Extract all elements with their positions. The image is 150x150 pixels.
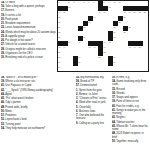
clue-number: 44. — [112, 121, 116, 124]
cell-number: 31 — [113, 26, 115, 28]
grid-cell[interactable] — [138, 16, 143, 21]
grid-cell[interactable] — [113, 46, 118, 51]
clue-number: 3. — [76, 97, 79, 100]
grid-cell[interactable] — [103, 16, 108, 21]
clue-item: 52. Leprechaun's land — [1, 118, 72, 121]
cell-number: 41 — [103, 41, 105, 43]
grid-cell[interactable] — [133, 61, 138, 66]
grid-cell[interactable]: 24 — [93, 16, 98, 21]
black-cell — [98, 46, 103, 51]
grid-cell[interactable] — [93, 66, 98, 71]
clue-number: 54. — [1, 127, 5, 130]
grid-cell[interactable] — [138, 51, 143, 56]
clue-item: 44. Aged — [1, 93, 72, 96]
grid-cell[interactable] — [118, 26, 123, 31]
grid-cell[interactable] — [63, 31, 68, 36]
cell-number: 4 — [78, 1, 79, 3]
grid-cell[interactable] — [118, 46, 123, 51]
grid-cell[interactable]: 30 — [83, 26, 88, 31]
grid-cell[interactable]: 15 — [63, 11, 68, 16]
clue-number: 30. — [1, 56, 5, 59]
grid-cell[interactable] — [78, 66, 83, 71]
grid-cell[interactable]: 44 — [63, 46, 68, 51]
grid-cell[interactable] — [73, 36, 78, 41]
grid-cell[interactable] — [83, 11, 88, 16]
grid-cell[interactable] — [78, 11, 83, 16]
grid-cell[interactable] — [68, 51, 73, 56]
grid-cell[interactable] — [63, 56, 68, 61]
grid-cell[interactable] — [93, 21, 98, 26]
cell-number: 56 — [113, 56, 115, 58]
clue-number: 1. — [76, 89, 79, 92]
grid-cell[interactable] — [93, 31, 98, 36]
grid-cell[interactable] — [138, 56, 143, 61]
grid-cell[interactable] — [108, 66, 113, 71]
grid-cell[interactable] — [93, 56, 98, 61]
cell-number: 49 — [134, 46, 136, 48]
grid-cell[interactable] — [103, 56, 108, 61]
clue-item: 54. They help motivate an earthworm? — [1, 127, 72, 130]
clue-number: 43. — [112, 116, 116, 119]
grid-cell[interactable] — [118, 66, 123, 71]
grid-cell[interactable] — [123, 66, 128, 71]
grid-cell[interactable] — [63, 21, 68, 26]
grid-cell[interactable] — [138, 1, 143, 6]
clue-item: 45. Whose Mr. T-shirts bear his name — [112, 125, 149, 131]
clue-item: 30. Revolving end of a police cruiser — [1, 56, 56, 59]
grid-cell[interactable]: 4 — [78, 1, 83, 6]
grid-cell[interactable] — [73, 51, 78, 56]
grid-cell[interactable] — [88, 66, 93, 71]
clue-item: 38. "Move it!", on a motorcycle? — [1, 76, 72, 79]
grid-cell[interactable] — [98, 36, 103, 41]
grid-cell[interactable] — [63, 26, 68, 31]
grid-cell[interactable] — [63, 61, 68, 66]
grid-cell[interactable]: 42 — [108, 41, 113, 46]
grid-cell[interactable]: 48 — [128, 46, 133, 51]
clue-number: 6. — [76, 110, 79, 113]
grid-cell[interactable] — [73, 6, 78, 11]
grid-cell[interactable] — [103, 61, 108, 66]
grid-cell[interactable] — [78, 46, 83, 51]
clue-item: 23. Loses forward momentum — [1, 26, 56, 29]
clue-item: 43. Neglect — [112, 116, 149, 119]
grid-cell[interactable] — [123, 46, 128, 51]
clue-item: 48. Prized violin, briefly — [1, 106, 72, 109]
grid-cell[interactable]: 28 — [118, 21, 123, 26]
cell-number: 32 — [129, 26, 131, 28]
clue-number: 51. — [1, 114, 5, 117]
clue-item: 16. Take a king with a queen, perhaps — [1, 5, 56, 8]
clue-item: 50. Together, musically — [112, 140, 149, 143]
grid-cell[interactable] — [113, 66, 118, 71]
clue-number: 45. — [1, 97, 5, 100]
grid-cell[interactable] — [73, 16, 78, 21]
grid-cell[interactable] — [98, 66, 103, 71]
grid-cell[interactable] — [133, 51, 138, 56]
grid-cell[interactable] — [98, 16, 103, 21]
clue-item: 45. "Fix" what wasn't broken — [1, 97, 72, 100]
grid-cell[interactable] — [143, 31, 148, 36]
grid-cell[interactable] — [63, 16, 68, 21]
clue-number: 55. — [76, 76, 80, 79]
grid-cell[interactable] — [143, 26, 148, 31]
clue-item: 26. Put dough in hot water? — [1, 39, 56, 42]
grid-cell[interactable]: 1 — [58, 1, 63, 6]
grid-cell[interactable] — [83, 6, 88, 11]
clue-item: 28. Octopus might be called a new one — [1, 48, 56, 51]
clue-item: 7. One who believed the forecast — [76, 114, 110, 120]
black-cell — [108, 31, 113, 36]
grid-cell[interactable]: 32 — [128, 26, 133, 31]
grid-cell[interactable] — [143, 66, 148, 71]
clue-number: 39. — [112, 100, 116, 103]
grid-cell[interactable] — [68, 46, 73, 51]
grid-cell[interactable] — [73, 11, 78, 16]
clue-item: 50. Mimic — [1, 110, 72, 113]
grid-cell[interactable] — [83, 41, 88, 46]
clue-number: 53. — [1, 123, 5, 126]
clue-item: 42. "___ Spock" (1995 Nimoy autobiograph… — [1, 89, 72, 92]
grid-cell[interactable] — [98, 26, 103, 31]
grid-cell[interactable] — [93, 26, 98, 31]
grid-cell[interactable] — [143, 1, 148, 6]
grid-cell[interactable] — [98, 21, 103, 26]
grid-cell[interactable] — [128, 51, 133, 56]
grid-cell[interactable] — [83, 56, 88, 61]
grid-cell[interactable] — [68, 21, 73, 26]
clue-item: 44. Tibetan teacher — [112, 121, 149, 124]
grid-cell[interactable]: 45 — [88, 46, 93, 51]
clue-item: 14. Or more — [1, 1, 56, 4]
grid-cell[interactable]: 49 — [133, 46, 138, 51]
grid-cell[interactable]: 7 — [93, 1, 98, 6]
grid-cell[interactable] — [138, 66, 143, 71]
clue-number: 9. — [76, 122, 79, 125]
grid-cell[interactable] — [118, 56, 123, 61]
cell-number: 43 — [58, 46, 60, 48]
grid-cell[interactable] — [133, 1, 138, 6]
clue-item: 19. It carries a lot — [1, 14, 56, 17]
grid-cell[interactable] — [93, 6, 98, 11]
grid-cell[interactable] — [118, 41, 123, 46]
grid-cell[interactable] — [123, 36, 128, 41]
clue-number: 38. — [1, 76, 5, 79]
grid-cell[interactable] — [143, 41, 148, 46]
grid-cell[interactable] — [138, 21, 143, 26]
grid-cell[interactable]: 17 — [103, 11, 108, 16]
grid-cell[interactable]: 27 — [88, 21, 93, 26]
cell-number: 45 — [88, 46, 90, 48]
grid-cell[interactable] — [133, 21, 138, 26]
grid-cell[interactable]: 59 — [113, 61, 118, 66]
clue-item: 6. Business lows — [76, 110, 110, 113]
grid-cell[interactable] — [108, 51, 113, 56]
cell-number: 16 — [98, 11, 100, 13]
grid-cell[interactable] — [103, 21, 108, 26]
black-cell — [108, 61, 113, 66]
grid-cell[interactable] — [118, 61, 123, 66]
grid-cell[interactable] — [143, 36, 148, 41]
cell-number: 44 — [63, 46, 65, 48]
grid-cell[interactable]: 11 — [118, 1, 123, 6]
grid-cell[interactable] — [133, 66, 138, 71]
cell-number: 42 — [108, 41, 110, 43]
clue-number: 24. — [1, 31, 5, 34]
grid-cell[interactable]: 37 — [83, 36, 88, 41]
grid-cell[interactable] — [88, 56, 93, 61]
grid-cell[interactable] — [133, 26, 138, 31]
clue-item: 35. Record — [112, 88, 149, 91]
clue-item: 3. "Chariots of Fire" extras — [76, 97, 110, 100]
grid-cell[interactable] — [68, 61, 73, 66]
clue-number: 26. — [1, 39, 5, 42]
grid-cell[interactable]: 50 — [138, 46, 143, 51]
cell-number: 21 — [139, 11, 141, 13]
grid-cell[interactable] — [143, 61, 148, 66]
grid-cell[interactable] — [128, 1, 133, 6]
grid-cell[interactable] — [98, 61, 103, 66]
cell-number: 48 — [129, 46, 131, 48]
grid-cell[interactable]: 12 — [68, 6, 73, 11]
grid-cell[interactable] — [63, 36, 68, 41]
clue-column-bottom-middle: 55. Big international org.56. Brand of T… — [76, 76, 110, 149]
grid-cell[interactable] — [133, 36, 138, 41]
clue-number: 14. — [1, 1, 5, 4]
clue-item: 2. Romeo, to Juliet — [76, 93, 110, 96]
clue-item: 17. Earnest — [1, 9, 56, 12]
clue-number: 52. — [1, 118, 5, 121]
grid-cell[interactable] — [68, 26, 73, 31]
clue-number: 19. — [1, 14, 5, 17]
grid-cell[interactable] — [113, 11, 118, 16]
grid-cell[interactable] — [73, 41, 78, 46]
grid-cell[interactable]: 35 — [123, 31, 128, 36]
cell-number: 35 — [124, 31, 126, 33]
grid-cell[interactable] — [108, 11, 113, 16]
grid-cell[interactable] — [128, 31, 133, 36]
clue-number: 57. — [76, 84, 80, 87]
grid-cell[interactable] — [63, 66, 68, 71]
grid-cell[interactable] — [143, 46, 148, 51]
grid-cell[interactable] — [118, 36, 123, 41]
clue-item: 40. Font for credits, e.g. — [112, 105, 149, 108]
grid-cell[interactable] — [93, 61, 98, 66]
cell-number: 5 — [83, 1, 84, 3]
black-cell — [73, 61, 78, 66]
clue-number: 37. — [112, 96, 116, 99]
grid-cell[interactable]: 58 — [78, 61, 83, 66]
clue-item: 29. Organizers for the CEO — [1, 52, 56, 55]
cell-number: 18 — [124, 11, 126, 13]
black-cell — [78, 26, 83, 31]
grid-cell[interactable]: 16 — [98, 11, 103, 16]
grid-cell[interactable]: 25 — [123, 16, 128, 21]
clue-item: 34. Game involving only three cards — [112, 80, 149, 86]
cell-number: 22 — [144, 11, 146, 13]
clue-number: 46. — [1, 101, 5, 104]
grid-cell[interactable] — [113, 6, 118, 11]
cell-number: 58 — [78, 61, 80, 63]
grid-cell[interactable] — [88, 11, 93, 16]
grid-cell[interactable] — [113, 16, 118, 21]
clue-number: 2. — [76, 93, 79, 96]
grid-cell[interactable] — [98, 31, 103, 36]
grid-cell[interactable] — [73, 31, 78, 36]
clue-item: 30. In time, e.g. — [112, 76, 149, 79]
grid-cell[interactable] — [128, 16, 133, 21]
clue-number: 48. — [1, 106, 5, 109]
grid-cell[interactable] — [128, 36, 133, 41]
grid-cell[interactable]: 22 — [143, 11, 148, 16]
grid-cell[interactable] — [68, 11, 73, 16]
grid-cell[interactable] — [88, 36, 93, 41]
clue-number: 27. — [1, 43, 5, 46]
grid-cell[interactable]: 46 — [93, 46, 98, 51]
grid-cell[interactable] — [93, 36, 98, 41]
grid-cell[interactable] — [138, 36, 143, 41]
grid-cell[interactable] — [118, 31, 123, 36]
grid-cell[interactable] — [68, 56, 73, 61]
grid-cell[interactable] — [118, 51, 123, 56]
cell-number: 11 — [119, 1, 121, 3]
grid-cell[interactable] — [118, 6, 123, 11]
grid-cell[interactable]: 52 — [103, 51, 108, 56]
grid-cell[interactable] — [143, 56, 148, 61]
grid-cell[interactable] — [68, 31, 73, 36]
grid-cell[interactable] — [143, 51, 148, 56]
grid-cell[interactable] — [128, 61, 133, 66]
cell-number: 7 — [93, 1, 94, 3]
grid-cell[interactable] — [143, 21, 148, 26]
grid-cell[interactable]: 40 — [78, 41, 83, 46]
grid-cell[interactable] — [108, 16, 113, 21]
clue-number: 50. — [112, 140, 116, 143]
grid-cell[interactable]: 39 — [68, 41, 73, 46]
cell-number: 36 — [58, 36, 60, 38]
grid-cell[interactable]: 10 — [113, 1, 118, 6]
grid-cell[interactable] — [128, 56, 133, 61]
grid-cell[interactable]: 13 — [108, 6, 113, 11]
grid-cell[interactable]: 6 — [88, 1, 93, 6]
grid-cell[interactable] — [88, 61, 93, 66]
cell-number: 60 — [58, 66, 60, 68]
grid-cell[interactable] — [123, 41, 128, 46]
grid-cell[interactable] — [73, 46, 78, 51]
grid-cell[interactable] — [88, 6, 93, 11]
clue-number: 56. — [76, 80, 80, 83]
grid-cell[interactable] — [83, 16, 88, 21]
grid-cell[interactable] — [128, 66, 133, 71]
grid-cell[interactable]: 19 — [128, 11, 133, 16]
grid-cell[interactable] — [103, 31, 108, 36]
grid-cell[interactable]: 3 — [73, 1, 78, 6]
grid-cell[interactable] — [83, 66, 88, 71]
grid-cell[interactable] — [78, 21, 83, 26]
grid-cell[interactable] — [78, 31, 83, 36]
grid-cell[interactable] — [73, 26, 78, 31]
grid-cell[interactable] — [63, 1, 68, 6]
grid-cell[interactable] — [78, 6, 83, 11]
black-cell — [73, 56, 78, 61]
cell-number: 2 — [68, 1, 69, 3]
grid-cell[interactable] — [108, 26, 113, 31]
cell-number: 19 — [129, 11, 131, 13]
grid-cell[interactable] — [83, 46, 88, 51]
clue-item: 56. Brand of TP — [76, 80, 110, 83]
cell-number: 24 — [93, 16, 95, 18]
grid-cell[interactable] — [88, 26, 93, 31]
clue-number: 5. — [76, 106, 79, 109]
grid-cell[interactable] — [88, 51, 93, 56]
grid-cell[interactable] — [123, 56, 128, 61]
grid-cell[interactable] — [73, 21, 78, 26]
grid-cell[interactable] — [63, 51, 68, 56]
clue-item: 57. Demonstrated — [76, 84, 110, 87]
grid-cell[interactable] — [138, 26, 143, 31]
clue-item: 55. Big international org. — [76, 76, 110, 79]
grid-cell[interactable] — [143, 16, 148, 21]
clue-item: 39. Point of letter or not — [112, 100, 149, 103]
grid-cell[interactable] — [108, 46, 113, 51]
grid-cell[interactable] — [133, 56, 138, 61]
cell-number: 53 — [58, 56, 60, 58]
cell-number: 14 — [58, 11, 60, 13]
clue-number: 40. — [112, 105, 116, 108]
grid-cell[interactable]: 21 — [138, 11, 143, 16]
grid-cell[interactable] — [78, 16, 83, 21]
grid-cell[interactable]: 60 — [58, 66, 63, 71]
clue-number: 23. — [1, 26, 5, 29]
cell-number: 37 — [83, 36, 85, 38]
grid-cell[interactable] — [133, 31, 138, 36]
grid-cell[interactable] — [73, 66, 78, 71]
cell-number: 50 — [139, 46, 141, 48]
grid-cell[interactable] — [123, 21, 128, 26]
grid-cell[interactable] — [88, 31, 93, 36]
grid-cell[interactable] — [83, 51, 88, 56]
grid-cell[interactable]: 36 — [58, 36, 63, 41]
grid-cell[interactable] — [133, 16, 138, 21]
clue-item: 24. Words which may be about 20 autumn d… — [1, 31, 56, 34]
grid-cell[interactable] — [103, 66, 108, 71]
grid-cell[interactable] — [138, 31, 143, 36]
grid-cell[interactable]: 5 — [83, 1, 88, 6]
grid-cell[interactable] — [93, 51, 98, 56]
grid-cell[interactable] — [113, 41, 118, 46]
grid-cell[interactable] — [118, 11, 123, 16]
grid-cell[interactable]: 55 — [98, 56, 103, 61]
grid-cell[interactable] — [103, 26, 108, 31]
cell-number: 34 — [113, 31, 115, 33]
cell-number: 33 — [58, 31, 60, 33]
grid-cell[interactable] — [123, 61, 128, 66]
clue-column-top-left: 14. Or more16. Take a king with a queen,… — [1, 1, 56, 74]
grid-cell[interactable]: 38 — [113, 36, 118, 41]
grid-cell[interactable] — [108, 21, 113, 26]
grid-cell[interactable] — [83, 61, 88, 66]
grid-cell[interactable] — [123, 51, 128, 56]
grid-cell[interactable] — [138, 61, 143, 66]
grid-cell[interactable] — [123, 1, 128, 6]
cell-number: 12 — [68, 6, 70, 8]
grid-cell[interactable]: 8 — [103, 1, 108, 6]
black-cell — [98, 41, 103, 46]
grid-cell[interactable] — [68, 66, 73, 71]
grid-cell[interactable] — [68, 16, 73, 21]
grid-cell[interactable]: 20 — [133, 11, 138, 16]
clue-column-bottom-right: 30. In time, e.g.34. Game involving only… — [112, 76, 149, 149]
